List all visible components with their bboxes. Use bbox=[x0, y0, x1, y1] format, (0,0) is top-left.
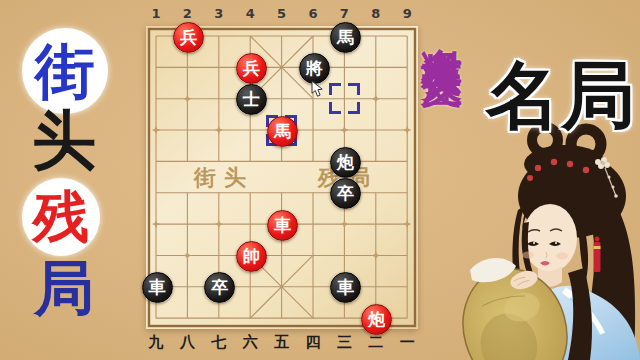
red-piece-車[interactable]: 車 bbox=[267, 210, 298, 241]
black-piece-車[interactable]: 車 bbox=[142, 272, 173, 303]
left-title: 街头残局 bbox=[0, 0, 130, 360]
famous-game-title: 名局 bbox=[486, 52, 640, 142]
file-number-bottom: 九 bbox=[149, 333, 164, 352]
red-piece-炮[interactable]: 炮 bbox=[361, 304, 392, 335]
red-piece-兵[interactable]: 兵 bbox=[236, 53, 267, 84]
title-char-街: 街 bbox=[22, 28, 108, 114]
title-char-残: 残 bbox=[22, 178, 100, 256]
file-number-top: 9 bbox=[403, 6, 412, 21]
file-number-top: 2 bbox=[183, 6, 192, 21]
file-number-top: 5 bbox=[277, 6, 286, 21]
file-number-bottom: 三 bbox=[337, 333, 352, 352]
black-piece-卒[interactable]: 卒 bbox=[204, 272, 235, 303]
black-piece-車[interactable]: 車 bbox=[330, 272, 361, 303]
title-char-头: 头 bbox=[24, 106, 104, 174]
file-number-bottom: 六 bbox=[243, 333, 258, 352]
thanks-followers-text: 多谢棋友关注支 bbox=[422, 15, 470, 351]
file-number-top: 3 bbox=[214, 6, 223, 21]
file-number-top: 8 bbox=[371, 6, 380, 21]
file-number-bottom: 一 bbox=[400, 333, 415, 352]
red-piece-兵[interactable]: 兵 bbox=[173, 22, 204, 53]
file-number-top: 1 bbox=[151, 6, 160, 21]
last-move-marker bbox=[329, 83, 360, 114]
black-piece-士[interactable]: 士 bbox=[236, 84, 267, 115]
mouse-cursor-icon bbox=[311, 80, 324, 98]
face bbox=[523, 204, 577, 272]
file-number-bottom: 八 bbox=[180, 333, 195, 352]
title-char-局: 局 bbox=[24, 252, 104, 324]
black-piece-卒[interactable]: 卒 bbox=[330, 178, 361, 209]
file-number-top: 4 bbox=[246, 6, 255, 21]
black-piece-馬[interactable]: 馬 bbox=[330, 22, 361, 53]
file-number-top: 7 bbox=[340, 6, 349, 21]
file-number-bottom: 四 bbox=[306, 333, 321, 352]
file-number-bottom: 七 bbox=[211, 333, 226, 352]
woman-illustration bbox=[450, 118, 640, 360]
black-piece-炮[interactable]: 炮 bbox=[330, 147, 361, 178]
red-piece-帥[interactable]: 帥 bbox=[236, 241, 267, 272]
xiangqi-board[interactable]: 街头 残局 兵馬兵將士馬炮卒車帥車卒車炮 bbox=[146, 26, 418, 329]
file-number-bottom: 五 bbox=[274, 333, 289, 352]
file-numbers-bottom: 九八七六五四三二一 bbox=[146, 333, 418, 351]
file-numbers-top: 123456789 bbox=[146, 6, 418, 22]
file-number-top: 6 bbox=[308, 6, 317, 21]
file-number-bottom: 二 bbox=[368, 333, 383, 352]
red-piece-馬[interactable]: 馬 bbox=[267, 116, 298, 147]
